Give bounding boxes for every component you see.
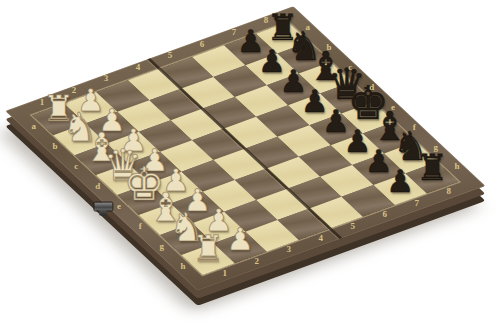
- rank-label-4-far: 4: [129, 62, 147, 72]
- file-label-d-far: d: [363, 82, 381, 92]
- file-label-c-near: c: [67, 161, 85, 171]
- rank-label-5-far: 5: [161, 50, 179, 60]
- file-label-g-far: g: [427, 142, 445, 152]
- rank-label-2-far: 2: [65, 85, 83, 95]
- file-label-d-near: d: [89, 181, 107, 191]
- file-label-f-near: f: [131, 221, 149, 231]
- file-label-c-far: c: [341, 62, 359, 72]
- file-label-h-near: h: [174, 261, 192, 271]
- clasp-latch-icon: [93, 202, 113, 212]
- file-label-b-far: b: [320, 42, 338, 52]
- file-label-f-far: f: [405, 122, 423, 132]
- chessboard: ♜♞♝♛♚♝♞♜♟♟♟♟♟♟♟♟♟♟♟♟♟♟♟♟♜♞♝♛♚♝♞♜ aabbccd…: [5, 6, 485, 291]
- rank-label-3-near: 3: [280, 244, 298, 254]
- rank-label-2-near: 2: [248, 256, 266, 266]
- rank-label-1-near: 1: [216, 268, 234, 278]
- rank-label-6-near: 6: [376, 209, 394, 219]
- rank-label-1-far: 1: [33, 97, 51, 107]
- file-label-g-near: g: [153, 241, 171, 251]
- rank-label-6-far: 6: [193, 39, 211, 49]
- rank-label-5-near: 5: [344, 221, 362, 231]
- file-label-h-far: h: [448, 161, 466, 171]
- file-label-e-far: e: [384, 102, 402, 112]
- chess-set-photo: ♜♞♝♛♚♝♞♜♟♟♟♟♟♟♟♟♟♟♟♟♟♟♟♟♜♞♝♛♚♝♞♜ aabbccd…: [0, 0, 500, 328]
- file-label-a-near: a: [25, 121, 43, 131]
- rank-label-3-far: 3: [97, 73, 115, 83]
- file-label-b-near: b: [46, 141, 64, 151]
- rank-label-7-far: 7: [225, 27, 243, 37]
- file-label-a-far: a: [299, 22, 317, 32]
- rank-label-8-near: 8: [440, 186, 458, 196]
- rank-label-8-far: 8: [257, 15, 275, 25]
- rank-label-4-near: 4: [312, 233, 330, 243]
- rank-label-7-near: 7: [408, 198, 426, 208]
